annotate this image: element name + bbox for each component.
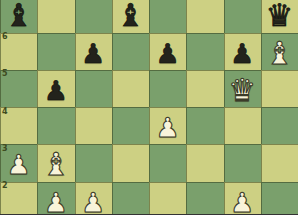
black-bishop-icon[interactable]: ♝ — [0, 0, 37, 34]
square-f3[interactable] — [186, 144, 223, 181]
square-a6[interactable]: 6 — [0, 33, 37, 70]
white-pawn-icon[interactable]: ♟ — [37, 183, 74, 214]
square-h6[interactable]: ♝ — [261, 33, 298, 70]
black-pawn-icon[interactable]: ♟ — [75, 34, 112, 71]
square-c3[interactable] — [75, 144, 112, 181]
chess-board: ♝♝♛6♟♟♟♝5♟♛4♟3♟♝2♟♟♟ — [0, 0, 298, 214]
black-pawn-icon[interactable]: ♟ — [224, 34, 261, 71]
square-a4[interactable]: 4 — [0, 107, 37, 144]
square-b5[interactable]: ♟ — [37, 70, 74, 107]
square-c4[interactable] — [75, 107, 112, 144]
square-b3[interactable]: ♝ — [37, 144, 74, 181]
square-d2[interactable] — [112, 182, 149, 215]
square-e6[interactable]: ♟ — [149, 33, 186, 70]
square-h3[interactable] — [261, 144, 298, 181]
square-e4[interactable]: ♟ — [149, 107, 186, 144]
white-pawn-icon[interactable]: ♟ — [149, 109, 186, 146]
square-g7[interactable] — [224, 0, 261, 33]
square-a7[interactable]: ♝ — [0, 0, 37, 33]
square-g4[interactable] — [224, 107, 261, 144]
black-queen-icon[interactable]: ♛ — [261, 0, 298, 34]
black-bishop-icon[interactable]: ♝ — [112, 0, 149, 34]
square-d6[interactable] — [112, 33, 149, 70]
square-b4[interactable] — [37, 107, 74, 144]
square-a5[interactable]: 5 — [0, 70, 37, 107]
square-g3[interactable] — [224, 144, 261, 181]
square-g6[interactable]: ♟ — [224, 33, 261, 70]
white-pawn-icon[interactable]: ♟ — [0, 146, 37, 183]
square-f4[interactable] — [186, 107, 223, 144]
white-queen-icon[interactable]: ♛ — [224, 71, 261, 108]
square-h7[interactable]: ♛ — [261, 0, 298, 33]
chess-board-viewport: ♝♝♛6♟♟♟♝5♟♛4♟3♟♝2♟♟♟ — [0, 0, 298, 214]
white-pawn-icon[interactable]: ♟ — [224, 183, 261, 214]
square-f5[interactable] — [186, 70, 223, 107]
square-c6[interactable]: ♟ — [75, 33, 112, 70]
white-pawn-icon[interactable]: ♟ — [75, 183, 112, 214]
square-c2[interactable]: ♟ — [75, 182, 112, 215]
square-d3[interactable] — [112, 144, 149, 181]
square-g5[interactable]: ♛ — [224, 70, 261, 107]
black-pawn-icon[interactable]: ♟ — [149, 34, 186, 71]
white-bishop-icon[interactable]: ♝ — [261, 34, 298, 71]
rank-label-4: 4 — [2, 108, 8, 116]
square-c5[interactable] — [75, 70, 112, 107]
square-b7[interactable] — [37, 0, 74, 33]
rank-label-2: 2 — [2, 182, 8, 190]
square-h4[interactable] — [261, 107, 298, 144]
square-f2[interactable] — [186, 182, 223, 215]
square-h2[interactable] — [261, 182, 298, 215]
square-e5[interactable] — [149, 70, 186, 107]
square-d4[interactable] — [112, 107, 149, 144]
square-a3[interactable]: 3♟ — [0, 144, 37, 181]
square-b6[interactable] — [37, 33, 74, 70]
square-d7[interactable]: ♝ — [112, 0, 149, 33]
square-b2[interactable]: ♟ — [37, 182, 74, 215]
rank-label-5: 5 — [2, 70, 8, 78]
rank-label-6: 6 — [2, 33, 8, 41]
square-c7[interactable] — [75, 0, 112, 33]
square-e7[interactable] — [149, 0, 186, 33]
square-g2[interactable]: ♟ — [224, 182, 261, 215]
square-a2[interactable]: 2 — [0, 182, 37, 215]
square-f6[interactable] — [186, 33, 223, 70]
white-bishop-icon[interactable]: ♝ — [37, 146, 74, 183]
square-h5[interactable] — [261, 70, 298, 107]
square-d5[interactable] — [112, 70, 149, 107]
square-f7[interactable] — [186, 0, 223, 33]
square-e2[interactable] — [149, 182, 186, 215]
square-e3[interactable] — [149, 144, 186, 181]
black-pawn-icon[interactable]: ♟ — [37, 71, 74, 108]
